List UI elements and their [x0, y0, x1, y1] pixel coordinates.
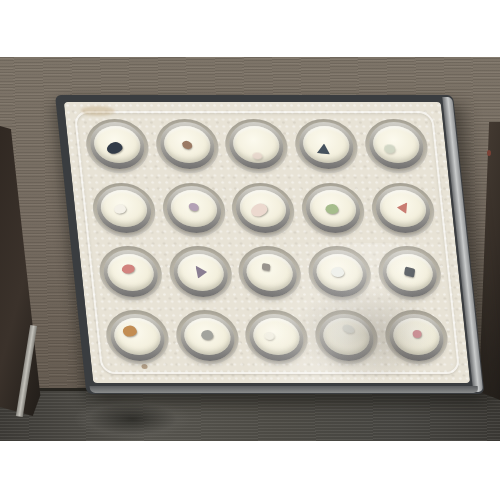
pot-filler: [245, 254, 295, 291]
mineral-chip-pink-red: [120, 264, 135, 275]
pot-filler: [112, 318, 162, 355]
photo-canvas: [0, 0, 500, 500]
specimen-pot-r4c3: [247, 314, 306, 361]
pot-well-r3c5: [376, 246, 444, 300]
specimen-pot-r2c4: [304, 186, 363, 233]
mineral-chip-grey-purple: [195, 266, 207, 279]
mineral-chip-pink: [412, 330, 422, 338]
mineral-chip-clear-white: [331, 267, 345, 277]
specimen-pot-r4c5: [387, 314, 446, 361]
pot-well-r2c3: [230, 183, 298, 237]
specimen-pot-r3c4: [311, 250, 370, 297]
mineral-chip-slate-blue: [316, 143, 330, 156]
pot-filler: [169, 190, 219, 227]
pot-well-r4c2: [173, 310, 241, 364]
pot-filler: [378, 190, 428, 227]
mineral-chip-pale-grey: [341, 323, 355, 335]
pot-filler: [322, 318, 372, 355]
pot-filler: [162, 126, 212, 163]
pot-filler: [315, 254, 365, 291]
pot-filler: [106, 254, 156, 291]
specimen-pot-r2c2: [164, 186, 223, 233]
letterbox-bottom: [0, 441, 500, 500]
pot-filler: [232, 126, 282, 163]
mineral-chip-brown: [181, 139, 193, 150]
pot-grid: [79, 114, 455, 369]
specimen-pot-r4c1: [108, 314, 167, 361]
specimen-pot-r3c2: [171, 250, 230, 297]
specimen-pot-r1c1: [88, 122, 147, 169]
pot-filler: [371, 126, 421, 163]
photo-area: [0, 57, 500, 441]
pot-well-r4c4: [313, 310, 381, 364]
pot-well-r2c2: [160, 183, 228, 237]
specimen-pot-r1c4: [297, 122, 356, 169]
pot-well-r1c1: [83, 119, 151, 173]
pot-filler: [385, 254, 435, 291]
pot-filler: [391, 318, 441, 355]
dark-wood-plank: [0, 388, 500, 441]
mineral-chip-pale-peach: [249, 202, 270, 219]
specimen-pot-r2c3: [234, 186, 293, 233]
mineral-chip-pale-green: [384, 145, 396, 154]
pot-filler: [238, 190, 288, 227]
pot-filler: [92, 126, 142, 163]
pot-filler: [182, 318, 232, 355]
pot-filler: [175, 254, 225, 291]
mineral-chip-salmon-red: [396, 202, 411, 216]
letterbox-top: [0, 0, 500, 57]
mineral-chip-dark-blue-black: [105, 140, 124, 155]
pot-well-r4c5: [383, 310, 451, 364]
specimen-pot-r1c3: [227, 122, 286, 169]
mineral-chip-grey: [200, 330, 213, 340]
pot-filler: [302, 126, 352, 163]
mineral-chip-pale-pink: [253, 152, 264, 159]
specimen-pot-r2c5: [374, 186, 433, 233]
pot-well-r3c3: [236, 246, 304, 300]
mineral-chip-dark-grey: [404, 266, 415, 277]
pot-well-r1c5: [363, 119, 431, 173]
case-rim-bottom: [90, 386, 479, 393]
specimen-pot-r2c1: [94, 186, 153, 233]
pot-well-r2c1: [90, 183, 158, 237]
specimen-pot-r4c4: [317, 314, 376, 361]
pot-well-r1c3: [223, 119, 291, 173]
wood-knot: [75, 399, 190, 439]
red-speck: [487, 150, 491, 156]
pot-well-r3c2: [167, 246, 235, 300]
specimen-pot-r3c5: [380, 250, 439, 297]
pot-well-r4c3: [243, 310, 311, 364]
mineral-chip-lilac: [188, 202, 199, 212]
mineral-chip-grey: [262, 263, 271, 271]
pot-well-r1c4: [293, 119, 361, 173]
mineral-chip-light-green: [325, 204, 339, 214]
mineral-chip-white: [113, 204, 127, 215]
pot-well-r3c1: [97, 246, 165, 300]
specimen-pot-r3c3: [241, 250, 300, 297]
pot-well-r3c4: [306, 246, 374, 300]
specimen-pot-r1c5: [367, 122, 426, 169]
mineral-chip-pale-cream: [264, 332, 275, 340]
pot-filler: [99, 190, 149, 227]
pot-filler: [308, 190, 358, 227]
pot-well-r1c2: [153, 119, 221, 173]
specimen-pot-r3c1: [101, 250, 160, 297]
specimen-display-case: [55, 95, 484, 394]
foam-tray: [64, 102, 471, 383]
pot-well-r2c4: [299, 183, 367, 237]
pot-well-r4c1: [104, 310, 172, 364]
pot-filler: [252, 318, 302, 355]
pot-well-r2c5: [369, 183, 437, 237]
specimen-pot-r4c2: [178, 314, 237, 361]
specimen-pot-r1c2: [158, 122, 217, 169]
mineral-chip-orange-tan: [121, 325, 137, 337]
